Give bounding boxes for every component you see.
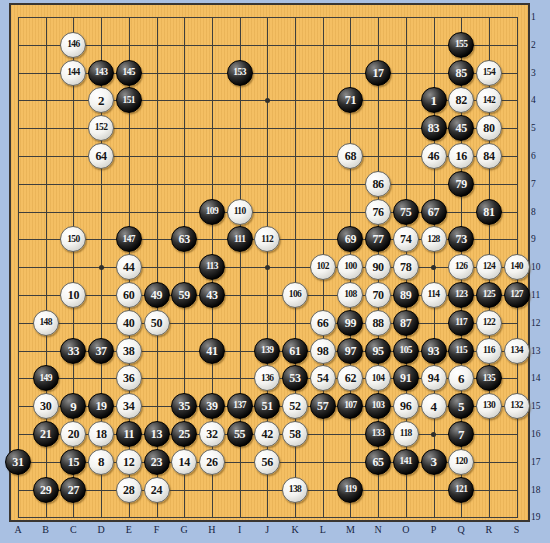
stone-black-125-R11: 125 bbox=[476, 282, 502, 308]
grid-hline bbox=[18, 517, 518, 518]
stone-white-76-N8: 76 bbox=[365, 199, 391, 225]
stone-black-59-G11: 59 bbox=[171, 282, 197, 308]
grid-hline bbox=[18, 323, 518, 324]
stone-black-121-Q18: 121 bbox=[448, 477, 474, 503]
row-label-6: 6 bbox=[531, 151, 549, 161]
stone-white-18-D16: 18 bbox=[88, 421, 114, 447]
stone-white-78-O10: 78 bbox=[393, 254, 419, 280]
stone-white-50-F12: 50 bbox=[144, 310, 170, 336]
go-diagram: 1461551441431451531785154215171182142152… bbox=[0, 0, 550, 543]
stone-black-95-N13: 95 bbox=[365, 338, 391, 364]
stone-white-26-H17: 26 bbox=[199, 449, 225, 475]
stone-white-84-R6: 84 bbox=[476, 143, 502, 169]
stone-white-16-Q6: 16 bbox=[448, 143, 474, 169]
row-label-9: 9 bbox=[531, 234, 549, 244]
row-label-3: 3 bbox=[531, 68, 549, 78]
stone-black-123-Q11: 123 bbox=[448, 282, 474, 308]
row-label-14: 14 bbox=[531, 373, 549, 383]
stone-white-132-S15: 132 bbox=[504, 393, 530, 419]
stone-white-34-E15: 34 bbox=[116, 393, 142, 419]
stone-black-21-B16: 21 bbox=[33, 421, 59, 447]
stone-white-116-R13: 116 bbox=[476, 338, 502, 364]
stone-black-31-A17: 31 bbox=[5, 449, 31, 475]
stone-black-109-H8: 109 bbox=[199, 199, 225, 225]
stone-black-11-E16: 11 bbox=[116, 421, 142, 447]
stone-black-143-D3: 143 bbox=[88, 60, 114, 86]
stone-black-41-H13: 41 bbox=[199, 338, 225, 364]
stone-white-86-N7: 86 bbox=[365, 171, 391, 197]
stone-white-140-S10: 140 bbox=[504, 254, 530, 280]
stone-black-137-I15: 137 bbox=[227, 393, 253, 419]
stone-white-14-G17: 14 bbox=[171, 449, 197, 475]
stone-black-147-E9: 147 bbox=[116, 226, 142, 252]
stone-white-28-E18: 28 bbox=[116, 477, 142, 503]
stone-black-55-I16: 55 bbox=[227, 421, 253, 447]
stone-white-46-P6: 46 bbox=[421, 143, 447, 169]
column-label-N: N bbox=[368, 524, 388, 535]
stone-black-85-Q3: 85 bbox=[448, 60, 474, 86]
stone-white-128-P9: 128 bbox=[421, 226, 447, 252]
stone-white-118-O16: 118 bbox=[393, 421, 419, 447]
stone-white-98-L13: 98 bbox=[310, 338, 336, 364]
row-label-10: 10 bbox=[531, 262, 549, 272]
stone-white-58-K16: 58 bbox=[282, 421, 308, 447]
stone-white-144-C3: 144 bbox=[60, 60, 86, 86]
column-label-B: B bbox=[36, 524, 56, 535]
stone-black-33-C13: 33 bbox=[60, 338, 86, 364]
stone-white-4-P15: 4 bbox=[421, 393, 447, 419]
stone-white-94-P14: 94 bbox=[421, 365, 447, 391]
star-point bbox=[99, 265, 104, 270]
stone-white-44-E10: 44 bbox=[116, 254, 142, 280]
column-label-Q: Q bbox=[451, 524, 471, 535]
row-label-11: 11 bbox=[531, 290, 549, 300]
stone-black-29-B18: 29 bbox=[33, 477, 59, 503]
column-label-G: G bbox=[174, 524, 194, 535]
stone-black-13-F16: 13 bbox=[144, 421, 170, 447]
column-label-M: M bbox=[340, 524, 360, 535]
stone-black-117-Q12: 117 bbox=[448, 310, 474, 336]
stone-black-37-D13: 37 bbox=[88, 338, 114, 364]
grid-hline bbox=[18, 490, 518, 491]
stone-black-145-E3: 145 bbox=[116, 60, 142, 86]
stone-white-64-D6: 64 bbox=[88, 143, 114, 169]
stone-black-79-Q7: 79 bbox=[448, 171, 474, 197]
stone-white-120-Q17: 120 bbox=[448, 449, 474, 475]
column-label-P: P bbox=[424, 524, 444, 535]
row-label-12: 12 bbox=[531, 318, 549, 328]
stone-black-139-J13: 139 bbox=[254, 338, 280, 364]
stone-white-40-E12: 40 bbox=[116, 310, 142, 336]
stone-black-119-M18: 119 bbox=[337, 477, 363, 503]
stone-white-110-I8: 110 bbox=[227, 199, 253, 225]
row-label-1: 1 bbox=[531, 12, 549, 22]
stone-white-154-R3: 154 bbox=[476, 60, 502, 86]
stone-white-88-N12: 88 bbox=[365, 310, 391, 336]
column-label-D: D bbox=[91, 524, 111, 535]
stone-black-1-P4: 1 bbox=[421, 87, 447, 113]
column-label-C: C bbox=[63, 524, 83, 535]
star-point bbox=[431, 265, 436, 270]
column-label-O: O bbox=[396, 524, 416, 535]
stone-white-36-E14: 36 bbox=[116, 365, 142, 391]
stone-white-74-O9: 74 bbox=[393, 226, 419, 252]
stone-black-7-Q16: 7 bbox=[448, 421, 474, 447]
stone-black-39-H15: 39 bbox=[199, 393, 225, 419]
stone-white-60-E11: 60 bbox=[116, 282, 142, 308]
star-point bbox=[265, 98, 270, 103]
column-label-R: R bbox=[479, 524, 499, 535]
stone-black-49-F11: 49 bbox=[144, 282, 170, 308]
stone-white-66-L12: 66 bbox=[310, 310, 336, 336]
stone-black-153-I3: 153 bbox=[227, 60, 253, 86]
column-label-K: K bbox=[285, 524, 305, 535]
stone-white-56-J17: 56 bbox=[254, 449, 280, 475]
stone-white-12-E17: 12 bbox=[116, 449, 142, 475]
stone-black-17-N3: 17 bbox=[365, 60, 391, 86]
column-label-L: L bbox=[313, 524, 333, 535]
stone-black-141-O17: 141 bbox=[393, 449, 419, 475]
stone-white-32-H16: 32 bbox=[199, 421, 225, 447]
stone-white-96-O15: 96 bbox=[393, 393, 419, 419]
stone-black-15-C17: 15 bbox=[60, 449, 86, 475]
stone-white-70-N11: 70 bbox=[365, 282, 391, 308]
stone-black-81-R8: 81 bbox=[476, 199, 502, 225]
stone-black-91-O14: 91 bbox=[393, 365, 419, 391]
stone-black-151-E4: 151 bbox=[116, 87, 142, 113]
stone-white-54-L14: 54 bbox=[310, 365, 336, 391]
stone-white-30-B15: 30 bbox=[33, 393, 59, 419]
row-label-8: 8 bbox=[531, 207, 549, 217]
column-label-H: H bbox=[202, 524, 222, 535]
row-label-17: 17 bbox=[531, 457, 549, 467]
stone-black-155-Q2: 155 bbox=[448, 32, 474, 58]
stone-black-43-H11: 43 bbox=[199, 282, 225, 308]
row-label-15: 15 bbox=[531, 401, 549, 411]
stone-white-24-F18: 24 bbox=[144, 477, 170, 503]
stone-black-149-B14: 149 bbox=[33, 365, 59, 391]
stone-white-124-R10: 124 bbox=[476, 254, 502, 280]
stone-black-57-L15: 57 bbox=[310, 393, 336, 419]
stone-white-52-K15: 52 bbox=[282, 393, 308, 419]
stone-white-134-S13: 134 bbox=[504, 338, 530, 364]
stone-black-23-F17: 23 bbox=[144, 449, 170, 475]
stone-white-80-R5: 80 bbox=[476, 115, 502, 141]
star-point bbox=[265, 265, 270, 270]
column-label-A: A bbox=[8, 524, 28, 535]
stone-black-111-I9: 111 bbox=[227, 226, 253, 252]
stone-white-148-B12: 148 bbox=[33, 310, 59, 336]
stone-white-102-L10: 102 bbox=[310, 254, 336, 280]
stone-black-105-O13: 105 bbox=[393, 338, 419, 364]
stone-white-38-E13: 38 bbox=[116, 338, 142, 364]
stone-white-8-D17: 8 bbox=[88, 449, 114, 475]
stone-black-115-Q13: 115 bbox=[448, 338, 474, 364]
column-label-I: I bbox=[230, 524, 250, 535]
stone-black-61-K13: 61 bbox=[282, 338, 308, 364]
stone-black-97-M13: 97 bbox=[337, 338, 363, 364]
stone-black-89-O11: 89 bbox=[393, 282, 419, 308]
stone-black-113-H10: 113 bbox=[199, 254, 225, 280]
stone-black-25-G16: 25 bbox=[171, 421, 197, 447]
stone-black-75-O8: 75 bbox=[393, 199, 419, 225]
row-label-7: 7 bbox=[531, 179, 549, 189]
stone-black-87-O12: 87 bbox=[393, 310, 419, 336]
stone-black-27-C18: 27 bbox=[60, 477, 86, 503]
stone-white-146-C2: 146 bbox=[60, 32, 86, 58]
stone-black-83-P5: 83 bbox=[421, 115, 447, 141]
stone-black-99-M12: 99 bbox=[337, 310, 363, 336]
stone-black-127-S11: 127 bbox=[504, 282, 530, 308]
stone-black-93-P13: 93 bbox=[421, 338, 447, 364]
column-label-E: E bbox=[119, 524, 139, 535]
stone-black-133-N16: 133 bbox=[365, 421, 391, 447]
row-label-18: 18 bbox=[531, 485, 549, 495]
row-label-2: 2 bbox=[531, 40, 549, 50]
star-point bbox=[431, 432, 436, 437]
row-label-13: 13 bbox=[531, 346, 549, 356]
stone-black-3-P17: 3 bbox=[421, 449, 447, 475]
row-label-4: 4 bbox=[531, 95, 549, 105]
column-label-F: F bbox=[147, 524, 167, 535]
stone-black-67-P8: 67 bbox=[421, 199, 447, 225]
stone-white-130-R15: 130 bbox=[476, 393, 502, 419]
row-label-5: 5 bbox=[531, 123, 549, 133]
stone-white-138-K18: 138 bbox=[282, 477, 308, 503]
stone-white-106-K11: 106 bbox=[282, 282, 308, 308]
stone-white-122-R12: 122 bbox=[476, 310, 502, 336]
stone-white-114-P11: 114 bbox=[421, 282, 447, 308]
row-label-19: 19 bbox=[531, 512, 549, 522]
row-label-16: 16 bbox=[531, 429, 549, 439]
column-label-S: S bbox=[507, 524, 527, 535]
stone-black-65-N17: 65 bbox=[365, 449, 391, 475]
column-label-J: J bbox=[257, 524, 277, 535]
